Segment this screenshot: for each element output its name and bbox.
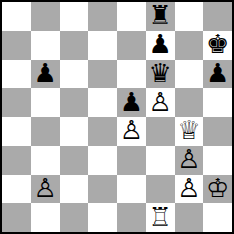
square-f5[interactable]: ♙ (146, 88, 175, 117)
square-g5[interactable] (175, 88, 204, 117)
black-queen-piece: ♛ (148, 60, 171, 86)
square-b8[interactable] (31, 2, 60, 31)
square-g3[interactable]: ♙ (175, 146, 204, 175)
black-pawn-piece: ♟ (206, 60, 229, 86)
square-e1[interactable] (117, 203, 146, 232)
square-f7[interactable]: ♟ (146, 31, 175, 60)
square-a8[interactable] (2, 2, 31, 31)
square-a4[interactable] (2, 117, 31, 146)
square-b5[interactable] (31, 88, 60, 117)
square-f3[interactable] (146, 146, 175, 175)
square-d2[interactable] (88, 175, 117, 204)
black-rook-piece: ♜ (148, 2, 171, 28)
square-a3[interactable] (2, 146, 31, 175)
square-a2[interactable] (2, 175, 31, 204)
square-c5[interactable] (60, 88, 89, 117)
square-a6[interactable] (2, 60, 31, 89)
square-b1[interactable] (31, 203, 60, 232)
black-pawn-piece: ♟ (120, 89, 143, 115)
square-g4[interactable]: ♕ (175, 117, 204, 146)
white-pawn-piece: ♙ (148, 89, 171, 115)
square-f4[interactable] (146, 117, 175, 146)
square-b3[interactable] (31, 146, 60, 175)
square-c4[interactable] (60, 117, 89, 146)
square-e7[interactable] (117, 31, 146, 60)
black-pawn-piece: ♟ (148, 31, 171, 57)
square-e8[interactable] (117, 2, 146, 31)
square-g8[interactable] (175, 2, 204, 31)
square-g1[interactable] (175, 203, 204, 232)
square-d6[interactable] (88, 60, 117, 89)
square-d4[interactable] (88, 117, 117, 146)
square-d7[interactable] (88, 31, 117, 60)
white-king-piece: ♔ (206, 175, 229, 201)
square-f8[interactable]: ♜ (146, 2, 175, 31)
square-e6[interactable] (117, 60, 146, 89)
square-h3[interactable] (203, 146, 232, 175)
square-g6[interactable] (175, 60, 204, 89)
square-c8[interactable] (60, 2, 89, 31)
square-e4[interactable]: ♙ (117, 117, 146, 146)
black-pawn-piece: ♟ (33, 60, 56, 86)
square-c3[interactable] (60, 146, 89, 175)
white-queen-piece: ♕ (177, 117, 200, 143)
square-e3[interactable] (117, 146, 146, 175)
white-pawn-piece: ♙ (33, 175, 56, 201)
square-g2[interactable]: ♙ (175, 175, 204, 204)
black-king-piece: ♚ (206, 31, 229, 57)
square-c7[interactable] (60, 31, 89, 60)
square-d3[interactable] (88, 146, 117, 175)
square-a5[interactable] (2, 88, 31, 117)
square-c2[interactable] (60, 175, 89, 204)
white-rook-piece: ♖ (148, 204, 171, 230)
square-d1[interactable] (88, 203, 117, 232)
square-h8[interactable] (203, 2, 232, 31)
square-h5[interactable] (203, 88, 232, 117)
square-f2[interactable] (146, 175, 175, 204)
square-b7[interactable] (31, 31, 60, 60)
square-g7[interactable] (175, 31, 204, 60)
square-f1[interactable]: ♖ (146, 203, 175, 232)
chess-board: ♜♟♚♟♛♟♟♙♙♕♙♙♙♔♖ (0, 0, 234, 234)
square-a1[interactable] (2, 203, 31, 232)
white-pawn-piece: ♙ (177, 175, 200, 201)
square-h4[interactable] (203, 117, 232, 146)
square-f6[interactable]: ♛ (146, 60, 175, 89)
square-b4[interactable] (31, 117, 60, 146)
square-h7[interactable]: ♚ (203, 31, 232, 60)
square-c1[interactable] (60, 203, 89, 232)
square-d5[interactable] (88, 88, 117, 117)
square-h6[interactable]: ♟ (203, 60, 232, 89)
square-a7[interactable] (2, 31, 31, 60)
square-d8[interactable] (88, 2, 117, 31)
square-e5[interactable]: ♟ (117, 88, 146, 117)
square-h1[interactable] (203, 203, 232, 232)
square-h2[interactable]: ♔ (203, 175, 232, 204)
white-pawn-piece: ♙ (177, 146, 200, 172)
chess-diagram: ♜♟♚♟♛♟♟♙♙♕♙♙♙♔♖ (0, 0, 234, 234)
square-e2[interactable] (117, 175, 146, 204)
square-c6[interactable] (60, 60, 89, 89)
white-pawn-piece: ♙ (120, 117, 143, 143)
square-b6[interactable]: ♟ (31, 60, 60, 89)
square-b2[interactable]: ♙ (31, 175, 60, 204)
